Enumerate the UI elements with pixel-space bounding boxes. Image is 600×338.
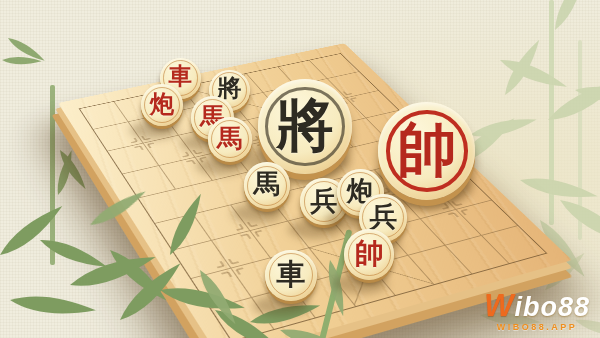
wibo88-logo[interactable]: Wibo88 WIBO88.APP — [484, 290, 590, 332]
piece-glyph: 車 — [169, 65, 193, 89]
piece-glyph: 將 — [276, 97, 334, 155]
logo-w: W — [484, 288, 514, 323]
piece-black-general-showpiece[interactable]: 將 — [258, 79, 353, 174]
logo-wordmark: Wibo88 — [484, 290, 590, 321]
piece-red-cannon[interactable]: 炮 — [141, 84, 184, 127]
logo-tagline: WIBO88.APP — [484, 323, 590, 332]
piece-glyph: 帥 — [355, 239, 384, 268]
piece-glyph: 炮 — [150, 92, 174, 116]
piece-glyph: 兵 — [310, 187, 337, 214]
xiangqi-scene: 車炮將馬將馬帥馬兵炮兵車帥 Wibo88 WIBO88.APP — [0, 0, 600, 338]
piece-red-general[interactable]: 帥 — [344, 229, 394, 279]
piece-glyph: 馬 — [254, 171, 281, 198]
piece-glyph: 帥 — [397, 120, 456, 179]
piece-glyph: 車 — [276, 260, 305, 289]
piece-red-general-showpiece[interactable]: 帥 — [378, 102, 475, 199]
piece-black-horse[interactable]: 馬 — [244, 162, 291, 209]
piece-glyph: 兵 — [369, 203, 397, 231]
logo-rest: ibo88 — [514, 292, 590, 322]
piece-red-horse[interactable]: 馬 — [208, 117, 252, 161]
piece-black-chariot[interactable]: 車 — [265, 250, 316, 301]
piece-glyph: 馬 — [217, 126, 242, 151]
